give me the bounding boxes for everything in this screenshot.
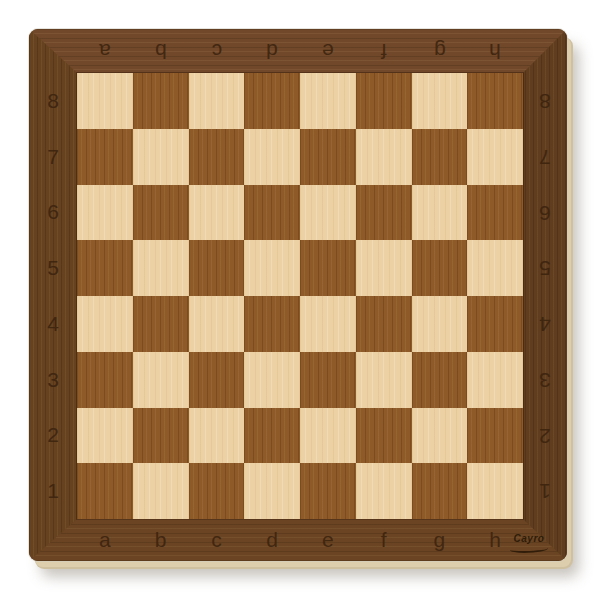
square-f4[interactable] bbox=[356, 296, 412, 352]
square-e3[interactable] bbox=[300, 352, 356, 408]
square-g6[interactable] bbox=[412, 185, 468, 241]
square-h2[interactable] bbox=[467, 408, 523, 464]
file-label: h bbox=[467, 29, 523, 73]
square-g1[interactable] bbox=[412, 463, 468, 519]
chess-board: abcdefgh abcdefgh 87654321 87654321 Cayr… bbox=[29, 29, 567, 561]
square-f3[interactable] bbox=[356, 352, 412, 408]
square-g2[interactable] bbox=[412, 408, 468, 464]
rank-label: 1 bbox=[523, 463, 567, 519]
square-a3[interactable] bbox=[77, 352, 133, 408]
brand-logo: Cayro bbox=[501, 534, 557, 553]
file-labels-top: abcdefgh bbox=[77, 29, 523, 73]
rank-label: 8 bbox=[523, 73, 567, 129]
square-d5[interactable] bbox=[244, 240, 300, 296]
square-d3[interactable] bbox=[244, 352, 300, 408]
file-label: e bbox=[300, 519, 356, 561]
square-g5[interactable] bbox=[412, 240, 468, 296]
square-c6[interactable] bbox=[189, 185, 245, 241]
rank-label: 1 bbox=[29, 463, 77, 519]
square-d7[interactable] bbox=[244, 129, 300, 185]
square-h8[interactable] bbox=[467, 73, 523, 129]
square-c2[interactable] bbox=[189, 408, 245, 464]
square-e5[interactable] bbox=[300, 240, 356, 296]
square-e6[interactable] bbox=[300, 185, 356, 241]
square-b3[interactable] bbox=[133, 352, 189, 408]
square-b1[interactable] bbox=[133, 463, 189, 519]
rank-label: 6 bbox=[29, 185, 77, 241]
square-b5[interactable] bbox=[133, 240, 189, 296]
rank-label: 4 bbox=[29, 296, 77, 352]
square-d8[interactable] bbox=[244, 73, 300, 129]
file-label: c bbox=[189, 29, 245, 73]
square-c7[interactable] bbox=[189, 129, 245, 185]
file-label: f bbox=[356, 29, 412, 73]
square-c4[interactable] bbox=[189, 296, 245, 352]
square-e7[interactable] bbox=[300, 129, 356, 185]
square-a7[interactable] bbox=[77, 129, 133, 185]
square-e1[interactable] bbox=[300, 463, 356, 519]
file-label: b bbox=[133, 29, 189, 73]
file-label: e bbox=[300, 29, 356, 73]
file-label: f bbox=[356, 519, 412, 561]
square-f2[interactable] bbox=[356, 408, 412, 464]
file-label: a bbox=[77, 519, 133, 561]
rank-label: 3 bbox=[29, 352, 77, 408]
square-a8[interactable] bbox=[77, 73, 133, 129]
square-g4[interactable] bbox=[412, 296, 468, 352]
square-d1[interactable] bbox=[244, 463, 300, 519]
rank-label: 3 bbox=[523, 352, 567, 408]
square-d2[interactable] bbox=[244, 408, 300, 464]
square-b8[interactable] bbox=[133, 73, 189, 129]
square-g7[interactable] bbox=[412, 129, 468, 185]
square-d6[interactable] bbox=[244, 185, 300, 241]
square-c8[interactable] bbox=[189, 73, 245, 129]
square-f6[interactable] bbox=[356, 185, 412, 241]
square-h6[interactable] bbox=[467, 185, 523, 241]
square-c3[interactable] bbox=[189, 352, 245, 408]
file-label: g bbox=[412, 29, 468, 73]
rank-labels-right: 87654321 bbox=[523, 73, 567, 519]
rank-labels-left: 87654321 bbox=[29, 73, 77, 519]
square-h7[interactable] bbox=[467, 129, 523, 185]
file-label: a bbox=[77, 29, 133, 73]
file-label: c bbox=[189, 519, 245, 561]
square-b4[interactable] bbox=[133, 296, 189, 352]
brand-swoosh-icon bbox=[510, 545, 548, 553]
square-e8[interactable] bbox=[300, 73, 356, 129]
rank-label: 8 bbox=[29, 73, 77, 129]
square-e2[interactable] bbox=[300, 408, 356, 464]
square-h3[interactable] bbox=[467, 352, 523, 408]
square-b2[interactable] bbox=[133, 408, 189, 464]
rank-label: 6 bbox=[523, 185, 567, 241]
file-label: d bbox=[244, 29, 300, 73]
square-g3[interactable] bbox=[412, 352, 468, 408]
square-a4[interactable] bbox=[77, 296, 133, 352]
file-label: b bbox=[133, 519, 189, 561]
square-a1[interactable] bbox=[77, 463, 133, 519]
square-c1[interactable] bbox=[189, 463, 245, 519]
rank-label: 7 bbox=[523, 129, 567, 185]
square-b6[interactable] bbox=[133, 185, 189, 241]
square-f5[interactable] bbox=[356, 240, 412, 296]
square-a6[interactable] bbox=[77, 185, 133, 241]
square-c5[interactable] bbox=[189, 240, 245, 296]
rank-label: 5 bbox=[523, 240, 567, 296]
square-h4[interactable] bbox=[467, 296, 523, 352]
file-label: g bbox=[412, 519, 468, 561]
rank-label: 7 bbox=[29, 129, 77, 185]
square-h1[interactable] bbox=[467, 463, 523, 519]
file-labels-bottom: abcdefgh bbox=[77, 519, 523, 561]
square-b7[interactable] bbox=[133, 129, 189, 185]
rank-label: 4 bbox=[523, 296, 567, 352]
square-e4[interactable] bbox=[300, 296, 356, 352]
square-f8[interactable] bbox=[356, 73, 412, 129]
board-grid bbox=[77, 73, 523, 519]
square-h5[interactable] bbox=[467, 240, 523, 296]
square-f7[interactable] bbox=[356, 129, 412, 185]
square-d4[interactable] bbox=[244, 296, 300, 352]
rank-label: 2 bbox=[29, 408, 77, 464]
square-g8[interactable] bbox=[412, 73, 468, 129]
file-label: d bbox=[244, 519, 300, 561]
rank-label: 2 bbox=[523, 408, 567, 464]
rank-label: 5 bbox=[29, 240, 77, 296]
square-f1[interactable] bbox=[356, 463, 412, 519]
brand-logo-text: Cayro bbox=[501, 534, 557, 544]
square-a2[interactable] bbox=[77, 408, 133, 464]
square-a5[interactable] bbox=[77, 240, 133, 296]
